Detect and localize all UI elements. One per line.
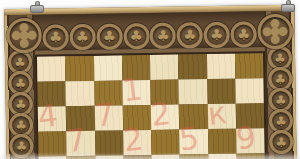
rosette-ornament: ♣ bbox=[69, 24, 95, 50]
trefoil-motif-icon: ♣ bbox=[275, 93, 287, 106]
rosette-ornament: ♣ bbox=[150, 23, 176, 49]
square-r3c8 bbox=[235, 103, 264, 128]
trefoil-motif-icon: ♣ bbox=[14, 76, 26, 89]
square-r2c7 bbox=[207, 79, 236, 104]
metal-clasp-right bbox=[281, 0, 295, 12]
square-r1c8 bbox=[235, 53, 264, 78]
chess-board: ♣♣♣♣♣♣♣♣ ♣♣♣♣♣ ♣♣♣♣♣ 1472к7259 bbox=[4, 5, 298, 159]
trefoil-motif-icon: ♣ bbox=[210, 27, 224, 42]
rosette-ornament: ♣ bbox=[177, 22, 203, 48]
square-r1c1 bbox=[37, 56, 66, 81]
rosette-row: ♣♣♣♣♣♣♣♣ bbox=[42, 21, 256, 50]
trefoil-motif-icon: ♣ bbox=[103, 29, 117, 44]
trefoil-motif-icon: ♣ bbox=[15, 118, 27, 131]
square-r2c8 bbox=[235, 78, 264, 103]
square-r2c3 bbox=[94, 80, 123, 105]
rosette-ornament: ♣ bbox=[42, 24, 68, 50]
square-r1c3 bbox=[93, 55, 122, 80]
trefoil-motif-icon: ♣ bbox=[76, 29, 90, 44]
square-r4c7 bbox=[208, 129, 237, 154]
product-photo: ♣♣♣♣♣♣♣♣ ♣♣♣♣♣ ♣♣♣♣♣ 1472к7259 bbox=[0, 0, 300, 159]
square-r3c3: 7 bbox=[94, 105, 123, 130]
rosette-ornament: ♣ bbox=[123, 23, 149, 49]
square-r3c5: 2 bbox=[151, 105, 180, 130]
trefoil-motif-icon: ♣ bbox=[275, 114, 287, 127]
square-r4c8: 9 bbox=[236, 128, 265, 153]
clasp-plate bbox=[281, 4, 295, 12]
square-r3c6 bbox=[179, 104, 208, 129]
clasp-plate bbox=[30, 5, 44, 13]
square-r4c4: 2 bbox=[123, 130, 152, 155]
rosette-ornament: ♣ bbox=[230, 21, 256, 47]
square-r1c7 bbox=[206, 54, 235, 79]
square-r3c1: 4 bbox=[38, 106, 67, 131]
trefoil-motif-icon: ♣ bbox=[274, 51, 286, 64]
trefoil-motif-icon: ♣ bbox=[129, 29, 143, 44]
board-squares: 1472к7259 bbox=[35, 51, 268, 159]
rosette-ornament: ♣ bbox=[269, 130, 293, 154]
trefoil-motif-icon: ♣ bbox=[237, 27, 251, 42]
square-r2c5 bbox=[150, 80, 179, 105]
photo-bottom-blur bbox=[0, 153, 300, 159]
carved-border-top: ♣♣♣♣♣♣♣♣ bbox=[4, 11, 295, 56]
trefoil-motif-icon: ♣ bbox=[15, 97, 27, 110]
metal-clasp-left bbox=[30, 1, 44, 13]
trefoil-motif-icon: ♣ bbox=[49, 30, 63, 45]
square-r4c5 bbox=[151, 130, 180, 155]
square-r1c5 bbox=[150, 55, 179, 80]
square-r2c2 bbox=[66, 81, 95, 106]
trefoil-motif-icon: ♣ bbox=[156, 28, 170, 43]
square-r1c2 bbox=[65, 56, 94, 81]
rosette-column-left: ♣♣♣♣♣ bbox=[8, 53, 34, 158]
trefoil-motif-icon: ♣ bbox=[183, 28, 197, 43]
rosette-ornament: ♣ bbox=[204, 22, 230, 48]
trefoil-motif-icon: ♣ bbox=[15, 139, 27, 152]
square-r1c6 bbox=[178, 54, 207, 79]
square-r2c1 bbox=[37, 81, 66, 106]
rosette-column-right: ♣♣♣♣♣ bbox=[268, 49, 294, 154]
square-r3c7: к bbox=[207, 104, 236, 129]
square-r1c4 bbox=[122, 55, 151, 80]
square-r2c6 bbox=[179, 79, 208, 104]
trefoil-motif-icon: ♣ bbox=[14, 55, 26, 68]
square-r3c4 bbox=[123, 105, 152, 130]
square-r3c2 bbox=[66, 106, 95, 131]
trefoil-motif-icon: ♣ bbox=[275, 135, 287, 148]
square-r2c4: 1 bbox=[122, 80, 151, 105]
square-r4c6: 5 bbox=[179, 129, 208, 154]
rosette-ornament: ♣ bbox=[96, 23, 122, 49]
trefoil-motif-icon: ♣ bbox=[274, 72, 286, 85]
